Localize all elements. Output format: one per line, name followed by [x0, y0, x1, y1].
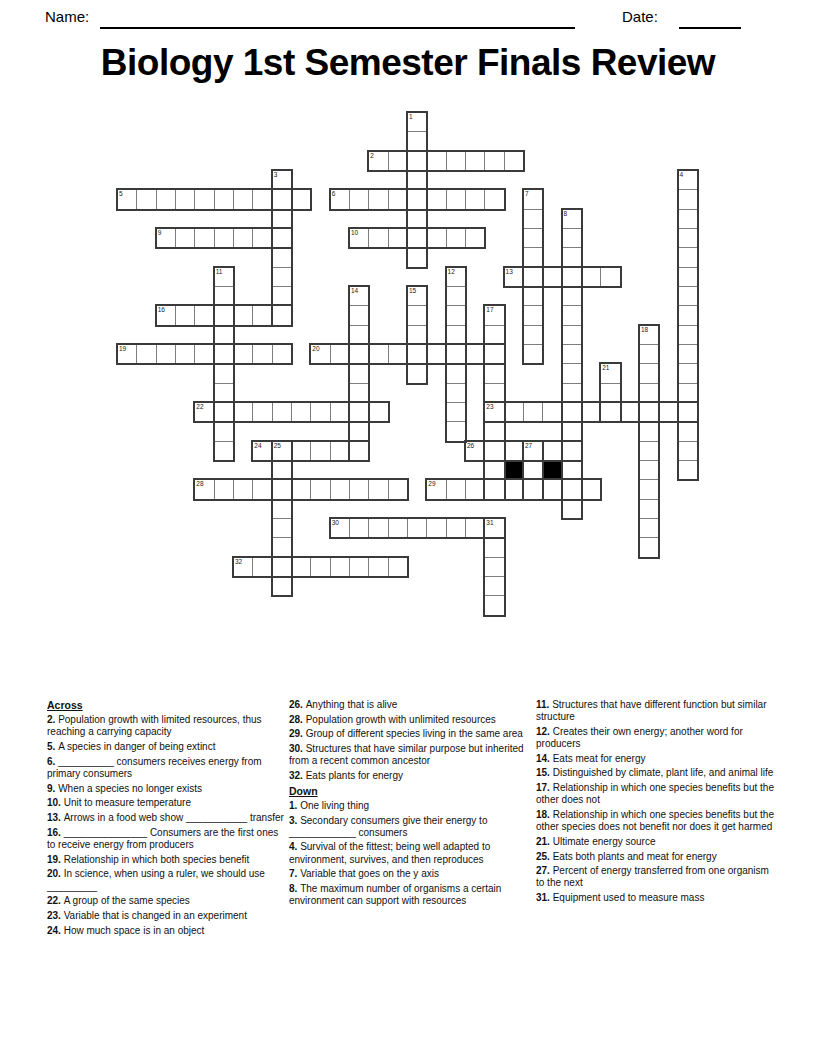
grid-cell[interactable] — [562, 383, 582, 403]
grid-cell[interactable] — [388, 557, 408, 577]
grid-cell[interactable] — [388, 228, 408, 248]
grid-cell[interactable] — [272, 286, 292, 306]
name-blank-line[interactable] — [100, 6, 575, 29]
clue-9: 9. When a species no longer exists — [47, 783, 285, 795]
grid-cell[interactable] — [523, 325, 543, 345]
cell-number-19: 19 — [119, 346, 126, 353]
grid-cell[interactable] — [562, 286, 582, 306]
grid-cell[interactable] — [446, 363, 466, 383]
grid-cell[interactable] — [368, 518, 388, 538]
grid-cell[interactable] — [484, 460, 504, 480]
grid-cell[interactable] — [388, 518, 408, 538]
grid-cell[interactable] — [291, 557, 311, 577]
date-blank-line[interactable] — [679, 6, 741, 29]
clue-24: 24. How much space is in an object — [47, 925, 285, 937]
clue-10: 10. Unit to measure temperature — [47, 797, 285, 809]
grid-cell[interactable] — [465, 479, 485, 499]
grid-cell[interactable] — [523, 247, 543, 267]
grid-cell[interactable] — [678, 189, 698, 209]
grid-cell[interactable] — [465, 344, 485, 364]
grid-cell[interactable] — [349, 383, 369, 403]
grid-cell[interactable] — [291, 441, 311, 461]
grid-cell[interactable] — [562, 479, 582, 499]
clue-11: 11. Structures that have different funct… — [536, 699, 778, 723]
cell-number-1: 1 — [409, 114, 413, 121]
grid-cell[interactable] — [600, 267, 620, 287]
grid-cell[interactable] — [542, 402, 562, 422]
grid-cell[interactable] — [252, 305, 272, 325]
clue-30: 30. Structures that have similar purpose… — [289, 743, 532, 767]
grid-cell[interactable] — [272, 267, 292, 287]
grid-cell[interactable] — [407, 247, 427, 267]
grid-cell[interactable] — [639, 344, 659, 364]
grid-cell[interactable] — [349, 344, 369, 364]
grid-cell[interactable] — [310, 479, 330, 499]
grid-cell[interactable] — [446, 228, 466, 248]
cell-number-13: 13 — [506, 269, 513, 276]
clue-28: 28. Population growth with unlimited res… — [289, 714, 532, 726]
grid-cell[interactable] — [368, 402, 388, 422]
grid-cell[interactable] — [678, 209, 698, 229]
grid-cell[interactable] — [214, 305, 234, 325]
grid-cell[interactable] — [272, 209, 292, 229]
grid-cell[interactable] — [349, 518, 369, 538]
clue-29: 29. Group of different species living in… — [289, 728, 532, 740]
grid-cell[interactable] — [678, 228, 698, 248]
grid-cell[interactable] — [426, 189, 446, 209]
grid-cell[interactable] — [426, 228, 446, 248]
grid-cell[interactable] — [484, 344, 504, 364]
grid-cell[interactable] — [639, 441, 659, 461]
grid-cell[interactable] — [678, 363, 698, 383]
grid-cell[interactable] — [639, 479, 659, 499]
grid-cell[interactable] — [349, 421, 369, 441]
cell-number-20: 20 — [312, 346, 319, 353]
grid-cell[interactable] — [175, 189, 195, 209]
grid-cell[interactable] — [600, 383, 620, 403]
clue-4: 4. Survival of the fittest; being well a… — [289, 841, 532, 865]
grid-cell[interactable] — [252, 228, 272, 248]
grid-cell[interactable] — [639, 402, 659, 422]
grid-cell[interactable] — [426, 151, 446, 171]
grid-cell[interactable] — [349, 363, 369, 383]
grid-cell[interactable] — [349, 557, 369, 577]
grid-cell[interactable] — [136, 344, 156, 364]
grid-cell[interactable] — [484, 576, 504, 596]
cell-number-14: 14 — [351, 288, 358, 295]
cell-number-29: 29 — [428, 481, 435, 488]
grid-cell[interactable] — [233, 305, 253, 325]
cell-number-17: 17 — [486, 307, 493, 314]
grid-cell[interactable] — [407, 518, 427, 538]
grid-cell[interactable] — [388, 344, 408, 364]
grid-cell[interactable] — [252, 479, 272, 499]
grid-cell[interactable] — [252, 344, 272, 364]
grid-cell[interactable] — [349, 325, 369, 345]
grid-cell[interactable] — [272, 247, 292, 267]
grid-cell[interactable] — [678, 325, 698, 345]
grid-cell[interactable] — [272, 460, 292, 480]
blocked-cell — [504, 460, 524, 480]
grid-cell[interactable] — [407, 344, 427, 364]
cell-number-7: 7 — [525, 191, 529, 198]
grid-cell[interactable] — [639, 363, 659, 383]
grid-cell[interactable] — [349, 479, 369, 499]
grid-cell[interactable] — [542, 479, 562, 499]
grid-cell[interactable] — [484, 363, 504, 383]
grid-cell[interactable] — [330, 557, 350, 577]
grid-cell[interactable] — [233, 189, 253, 209]
grid-cell[interactable] — [562, 228, 582, 248]
clue-27: 27. Percent of energy transferred from o… — [536, 865, 778, 889]
grid-cell[interactable] — [446, 286, 466, 306]
grid-cell[interactable] — [562, 460, 582, 480]
grid-cell[interactable] — [214, 402, 234, 422]
grid-cell[interactable] — [407, 228, 427, 248]
grid-cell[interactable] — [214, 189, 234, 209]
grid-cell[interactable] — [562, 247, 582, 267]
down-header: Down — [289, 785, 532, 798]
cell-number-5: 5 — [119, 191, 123, 198]
clue-22: 22. A group of the same species — [47, 895, 285, 907]
clue-25: 25. Eats both plants and meat for energy — [536, 851, 778, 863]
grid-cell[interactable] — [639, 537, 659, 557]
grid-cell[interactable] — [194, 305, 214, 325]
grid-cell[interactable] — [233, 228, 253, 248]
grid-cell[interactable] — [368, 228, 388, 248]
grid-cell[interactable] — [349, 402, 369, 422]
grid-cell[interactable] — [678, 247, 698, 267]
grid-cell[interactable] — [252, 557, 272, 577]
name-date-row: Name: Date: — [0, 6, 816, 32]
grid-cell[interactable] — [233, 344, 253, 364]
grid-cell[interactable] — [407, 151, 427, 171]
cell-number-32: 32 — [235, 559, 242, 566]
grid-cell[interactable] — [272, 518, 292, 538]
blocked-cell — [542, 460, 562, 480]
grid-cell[interactable] — [310, 557, 330, 577]
grid-cell[interactable] — [504, 402, 524, 422]
grid-cell[interactable] — [484, 151, 504, 171]
grid-cell[interactable] — [446, 421, 466, 441]
clue-26: 26. Anything that is alive — [289, 699, 532, 711]
grid-cell[interactable] — [523, 305, 543, 325]
grid-cell[interactable] — [600, 402, 620, 422]
cell-number-4: 4 — [680, 172, 684, 179]
grid-cell[interactable] — [349, 305, 369, 325]
grid-cell[interactable] — [310, 441, 330, 461]
grid-cell[interactable] — [542, 267, 562, 287]
grid-cell[interactable] — [330, 441, 350, 461]
cell-number-11: 11 — [216, 269, 223, 276]
cell-number-21: 21 — [602, 365, 609, 372]
grid-cell[interactable] — [407, 305, 427, 325]
clue-32: 32. Eats plants for energy — [289, 770, 532, 782]
cell-number-9: 9 — [158, 230, 162, 237]
clue-column-1: Across 2. Population growth with limited… — [47, 699, 285, 939]
cell-number-10: 10 — [351, 230, 358, 237]
grid-cell[interactable] — [175, 305, 195, 325]
grid-cell[interactable] — [272, 479, 292, 499]
grid-cell[interactable] — [581, 267, 601, 287]
grid-cell[interactable] — [562, 267, 582, 287]
clue-20: 20. In science, when using a ruler, we s… — [47, 868, 285, 892]
grid-cell[interactable] — [446, 325, 466, 345]
name-label: Name: — [45, 8, 89, 25]
clue-14: 14. Eats meat for energy — [536, 753, 778, 765]
grid-cell[interactable] — [484, 441, 504, 461]
grid-cell[interactable] — [639, 421, 659, 441]
grid-cell[interactable] — [678, 460, 698, 480]
clue-21: 21. Ultimate energy source — [536, 836, 778, 848]
clue-23: 23. Variable that is changed in an exper… — [47, 910, 285, 922]
grid-cell[interactable] — [214, 325, 234, 345]
grid-cell[interactable] — [252, 402, 272, 422]
grid-cell[interactable] — [233, 479, 253, 499]
grid-cell[interactable] — [523, 228, 543, 248]
grid-cell[interactable] — [291, 189, 311, 209]
grid-cell[interactable] — [678, 267, 698, 287]
across-header: Across — [47, 699, 285, 712]
grid-cell[interactable] — [330, 479, 350, 499]
grid-cell[interactable] — [678, 421, 698, 441]
grid-cell[interactable] — [523, 402, 543, 422]
cell-number-27: 27 — [525, 443, 532, 450]
grid-cell[interactable] — [465, 151, 485, 171]
grid-cell[interactable] — [446, 479, 466, 499]
grid-cell[interactable] — [581, 402, 601, 422]
cell-number-26: 26 — [467, 443, 474, 450]
grid-cell[interactable] — [272, 576, 292, 596]
grid-cell[interactable] — [330, 344, 350, 364]
grid-cell[interactable] — [484, 383, 504, 403]
grid-cell[interactable] — [678, 441, 698, 461]
grid-cell[interactable] — [465, 518, 485, 538]
cell-number-23: 23 — [486, 404, 493, 411]
clue-3: 3. Secondary consumers give their energy… — [289, 815, 532, 839]
cell-number-28: 28 — [196, 481, 203, 488]
grid-cell[interactable] — [156, 344, 176, 364]
grid-cell[interactable] — [272, 344, 292, 364]
clue-6: 6. __________ consumers receives energy … — [47, 756, 285, 780]
grid-cell[interactable] — [272, 557, 292, 577]
grid-cell[interactable] — [562, 421, 582, 441]
cell-number-24: 24 — [254, 443, 261, 450]
grid-cell[interactable] — [214, 228, 234, 248]
grid-cell[interactable] — [562, 305, 582, 325]
grid-cell[interactable] — [484, 479, 504, 499]
grid-cell[interactable] — [388, 151, 408, 171]
grid-cell[interactable] — [175, 228, 195, 248]
grid-cell[interactable] — [678, 402, 698, 422]
grid-cell[interactable] — [368, 344, 388, 364]
grid-cell[interactable] — [523, 344, 543, 364]
clue-18: 18. Relationship in which one species be… — [536, 809, 778, 833]
grid-cell[interactable] — [194, 228, 214, 248]
clue-7: 7. Variable that goes on the y axis — [289, 868, 532, 880]
grid-cell[interactable] — [214, 421, 234, 441]
grid-cell[interactable] — [678, 286, 698, 306]
grid-cell[interactable] — [562, 344, 582, 364]
grid-cell[interactable] — [465, 189, 485, 209]
grid-cell[interactable] — [136, 189, 156, 209]
grid-cell[interactable] — [407, 131, 427, 151]
clue-12: 12. Creates their own energy; another wo… — [536, 726, 778, 750]
grid-cell[interactable] — [484, 189, 504, 209]
cell-number-15: 15 — [409, 288, 416, 295]
grid-cell[interactable] — [156, 189, 176, 209]
grid-cell[interactable] — [407, 325, 427, 345]
grid-cell[interactable] — [446, 305, 466, 325]
grid-cell[interactable] — [562, 402, 582, 422]
clue-19: 19. Relationship in which both species b… — [47, 854, 285, 866]
grid-cell[interactable] — [291, 402, 311, 422]
grid-cell[interactable] — [214, 383, 234, 403]
page-title: Biology 1st Semester Finals Review — [0, 42, 816, 84]
cell-number-2: 2 — [370, 153, 374, 160]
grid-cell[interactable] — [446, 189, 466, 209]
grid-cell[interactable] — [349, 189, 369, 209]
grid-cell[interactable] — [523, 267, 543, 287]
cell-number-30: 30 — [332, 520, 339, 527]
grid-cell[interactable] — [678, 305, 698, 325]
grid-cell[interactable] — [310, 402, 330, 422]
grid-cell[interactable] — [407, 170, 427, 190]
cell-number-25: 25 — [274, 443, 281, 450]
grid-cell[interactable] — [523, 460, 543, 480]
clue-15: 15. Distinguished by climate, plant life… — [536, 767, 778, 779]
clue-column-3: 11. Structures that have different funct… — [536, 699, 778, 907]
grid-cell[interactable] — [272, 537, 292, 557]
grid-cell[interactable] — [214, 286, 234, 306]
grid-cell[interactable] — [639, 499, 659, 519]
grid-cell[interactable] — [504, 151, 524, 171]
grid-cell[interactable] — [368, 189, 388, 209]
grid-cell[interactable] — [678, 383, 698, 403]
cell-number-16: 16 — [158, 307, 165, 314]
grid-cell[interactable] — [562, 441, 582, 461]
grid-cell[interactable] — [233, 402, 253, 422]
grid-cell[interactable] — [678, 344, 698, 364]
grid-cell[interactable] — [291, 479, 311, 499]
grid-cell[interactable] — [194, 189, 214, 209]
grid-cell[interactable] — [639, 383, 659, 403]
grid-cell[interactable] — [272, 499, 292, 519]
grid-cell[interactable] — [446, 151, 466, 171]
grid-cell[interactable] — [484, 325, 504, 345]
clue-16: 16. _______________ Consumers are the fi… — [47, 827, 285, 851]
cell-number-6: 6 — [332, 191, 336, 198]
clue-column-2: 26. Anything that is alive28. Population… — [289, 699, 532, 910]
grid-cell[interactable] — [214, 363, 234, 383]
grid-cell[interactable] — [272, 189, 292, 209]
grid-cell[interactable] — [252, 189, 272, 209]
grid-cell[interactable] — [484, 537, 504, 557]
grid-cell[interactable] — [368, 557, 388, 577]
crossword-grid[interactable]: 2569101316192022232426282930321347811121… — [117, 112, 699, 616]
grid-cell[interactable] — [484, 595, 504, 615]
grid-cell[interactable] — [484, 421, 504, 441]
cell-number-31: 31 — [486, 520, 493, 527]
grid-cell[interactable] — [214, 441, 234, 461]
grid-cell[interactable] — [407, 189, 427, 209]
date-label: Date: — [622, 8, 658, 25]
grid-cell[interactable] — [542, 441, 562, 461]
clue-17: 17. Relationship in which one species be… — [536, 782, 778, 806]
grid-cell[interactable] — [426, 344, 446, 364]
grid-cell[interactable] — [484, 557, 504, 577]
grid-cell[interactable] — [446, 383, 466, 403]
grid-cell[interactable] — [620, 402, 640, 422]
grid-cell[interactable] — [214, 479, 234, 499]
cell-number-3: 3 — [274, 172, 278, 179]
grid-cell[interactable] — [349, 441, 369, 461]
cell-number-12: 12 — [448, 269, 455, 276]
grid-cell[interactable] — [194, 344, 214, 364]
grid-cell[interactable] — [523, 209, 543, 229]
grid-cell[interactable] — [504, 479, 524, 499]
grid-cell[interactable] — [465, 228, 485, 248]
cell-number-18: 18 — [641, 327, 648, 334]
grid-cell[interactable] — [175, 344, 195, 364]
grid-cell[interactable] — [272, 228, 292, 248]
clue-31: 31. Equipment used to measure mass — [536, 892, 778, 904]
grid-cell[interactable] — [272, 305, 292, 325]
grid-cell[interactable] — [639, 460, 659, 480]
cell-number-22: 22 — [196, 404, 203, 411]
grid-cell[interactable] — [446, 344, 466, 364]
grid-cell[interactable] — [562, 325, 582, 345]
clue-2: 2. Population growth with limited resour… — [47, 714, 285, 738]
grid-cell[interactable] — [272, 402, 292, 422]
grid-cell[interactable] — [562, 499, 582, 519]
grid-cell[interactable] — [658, 402, 678, 422]
grid-cell[interactable] — [388, 479, 408, 499]
cell-number-8: 8 — [564, 211, 568, 218]
grid-cell[interactable] — [504, 441, 524, 461]
grid-cell[interactable] — [523, 286, 543, 306]
grid-cell[interactable] — [639, 518, 659, 538]
clue-1: 1. One living thing — [289, 800, 532, 812]
grid-cell[interactable] — [330, 402, 350, 422]
grid-cell[interactable] — [214, 344, 234, 364]
grid-cell[interactable] — [407, 363, 427, 383]
clue-13: 13. Arrows in a food web show __________… — [47, 812, 285, 824]
grid-cell[interactable] — [426, 518, 446, 538]
worksheet-page: Name: Date: Biology 1st Semester Finals … — [0, 0, 816, 1056]
clue-5: 5. A species in danger of being extinct — [47, 741, 285, 753]
clue-8: 8. The maximum number of organisms a cer… — [289, 883, 532, 907]
grid-cell[interactable] — [446, 518, 466, 538]
grid-cell[interactable] — [562, 363, 582, 383]
grid-cell[interactable] — [407, 209, 427, 229]
grid-cell[interactable] — [581, 479, 601, 499]
grid-cell[interactable] — [368, 479, 388, 499]
grid-cell[interactable] — [388, 189, 408, 209]
grid-cell[interactable] — [523, 479, 543, 499]
